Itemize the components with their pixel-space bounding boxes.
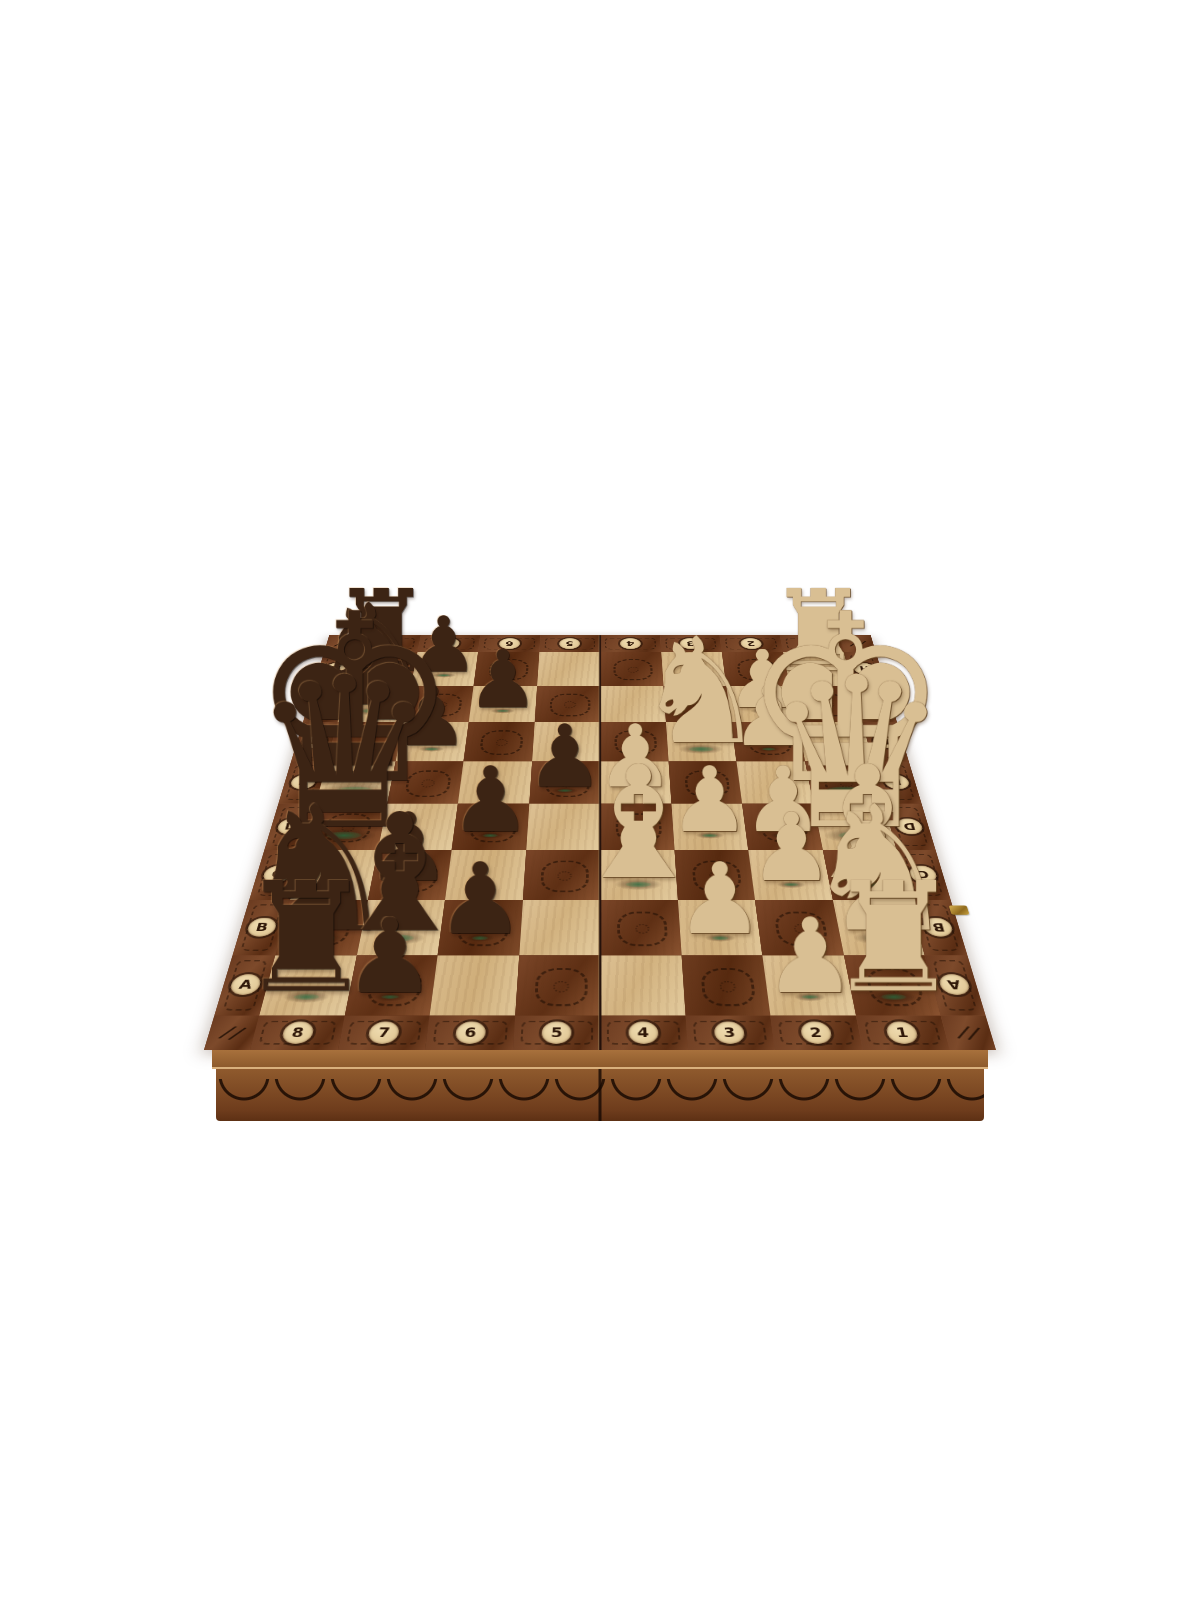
rank-label-bottom-7: 7: [338, 1016, 430, 1050]
wood-grain: [748, 850, 832, 900]
square-c7[interactable]: [368, 850, 452, 900]
square-a7[interactable]: [344, 955, 437, 1016]
square-d4[interactable]: [600, 804, 674, 850]
quatrefoil-ornament: [404, 770, 452, 797]
corner-2: //: [204, 1016, 259, 1050]
wood-grain: [356, 900, 445, 955]
corner-mark: //: [958, 1022, 978, 1043]
rank-label-bottom-2-label: 2: [809, 1025, 823, 1040]
square-g1[interactable]: [790, 686, 863, 722]
wood-grain: [290, 850, 378, 900]
square-b4[interactable]: [600, 900, 681, 955]
wood-grain: [813, 804, 896, 850]
square-d7[interactable]: [378, 804, 458, 850]
file-label-right-A-label: A: [946, 978, 962, 992]
square-d5[interactable]: [526, 804, 600, 850]
square-d1[interactable]: [813, 804, 896, 850]
rank-label-top-3-circle: 3: [680, 638, 702, 649]
board-side-edge-upper: [212, 1050, 988, 1069]
square-a4[interactable]: [600, 955, 685, 1016]
rank-label-bottom-8: 8: [250, 1016, 344, 1050]
rank-label-bottom-5: 5: [513, 1016, 601, 1050]
wood-grain: [783, 652, 853, 686]
quatrefoil-ornament: [747, 730, 793, 755]
rank-label-bottom-7-label: 7: [377, 1025, 391, 1040]
quatrefoil-ornament: [386, 860, 439, 892]
rank-label-bottom-6-label: 6: [464, 1025, 477, 1040]
square-h2[interactable]: [722, 652, 790, 686]
file-label-left-H-label: H: [329, 665, 341, 673]
wood-grain: [316, 761, 396, 803]
rank-label-bottom-8-label: 8: [290, 1025, 305, 1040]
wood-grain: [797, 722, 873, 761]
file-label-left-G-label: G: [319, 699, 332, 707]
file-label-right-H-label: H: [858, 665, 870, 673]
square-d2[interactable]: [742, 804, 822, 850]
rank-label-bottom-4-circle: 4: [628, 1022, 658, 1044]
square-b1[interactable]: [832, 900, 924, 955]
file-label-right-B-label: B: [930, 921, 945, 934]
square-g7[interactable]: [403, 686, 473, 722]
rank-label-top-4-circle: 4: [620, 638, 641, 649]
rank-label-bottom-1-label: 1: [895, 1025, 910, 1040]
rank-label-top-1-label: 1: [806, 640, 816, 647]
chess-board: 8877665544332211HHGGFFEEDDCCBBAA////////…: [204, 635, 996, 1050]
rank-label-bottom-6: 6: [425, 1016, 515, 1050]
wood-grain: [677, 900, 762, 955]
board-fold-split: [599, 1069, 602, 1121]
quatrefoil-ornament: [617, 912, 668, 947]
wood-grain: [600, 955, 685, 1016]
rank-label-bottom-4-label: 4: [637, 1025, 649, 1040]
square-b2[interactable]: [755, 900, 844, 955]
chess-scene: 8877665544332211HHGGFFEEDDCCBBAA////////…: [204, 258, 996, 1050]
corner-3: //: [941, 1016, 996, 1050]
quatrefoil-ornament: [540, 860, 589, 892]
wood-grain: [410, 652, 478, 686]
square-f4[interactable]: [600, 722, 668, 761]
quatrefoil-ornament: [488, 659, 529, 680]
corner-mark: //: [850, 638, 865, 648]
wood-grain: [671, 804, 748, 850]
quatrefoil-ornament: [616, 813, 663, 842]
rank-label-bottom-3: 3: [685, 1016, 775, 1050]
rank-label-bottom-1: 1: [856, 1016, 950, 1050]
square-d6[interactable]: [452, 804, 529, 850]
wood-grain: [600, 761, 671, 803]
quatrefoil-ornament: [678, 693, 721, 716]
square-h5[interactable]: [537, 652, 600, 686]
rank-label-top-5-label: 5: [566, 640, 574, 647]
rank-label-top-4-label: 4: [626, 640, 634, 647]
square-g8[interactable]: [338, 686, 411, 722]
square-c6[interactable]: [445, 850, 526, 900]
wood-grain: [661, 652, 726, 686]
square-g3[interactable]: [663, 686, 731, 722]
quatrefoil-ornament: [736, 659, 779, 680]
square-e5[interactable]: [529, 761, 600, 803]
rank-label-top-5: 5: [539, 635, 600, 652]
square-c3[interactable]: [674, 850, 755, 900]
square-e6[interactable]: [458, 761, 532, 803]
square-e3[interactable]: [668, 761, 742, 803]
square-a2[interactable]: [762, 955, 855, 1016]
rank-label-bottom-3-label: 3: [723, 1025, 736, 1040]
quatrefoil-ornament: [419, 693, 463, 716]
wood-grain: [378, 804, 458, 850]
square-e4[interactable]: [600, 761, 671, 803]
square-b8[interactable]: [275, 900, 367, 955]
wood-grain: [537, 652, 600, 686]
rank-label-top-3-label: 3: [686, 640, 695, 647]
quatrefoil-ornament: [759, 813, 810, 842]
quatrefoil-ornament: [691, 860, 742, 892]
quatrefoil-ornament: [684, 770, 731, 797]
rank-label-top-7-label: 7: [444, 640, 453, 647]
wood-grain: [445, 850, 526, 900]
square-d3[interactable]: [671, 804, 748, 850]
quatrefoil-ornament: [615, 730, 658, 755]
square-g6[interactable]: [469, 686, 537, 722]
square-h4[interactable]: [600, 652, 663, 686]
file-label-left-D-label: D: [283, 821, 298, 832]
file-label-left-E-label: E: [297, 777, 309, 787]
rank-label-bottom-2: 2: [770, 1016, 862, 1050]
wood-grain: [469, 686, 537, 722]
square-c4[interactable]: [600, 850, 677, 900]
corner-mark: //: [217, 1022, 246, 1043]
square-a5[interactable]: [515, 955, 600, 1016]
quatrefoil-ornament: [805, 693, 851, 716]
square-b3[interactable]: [677, 900, 762, 955]
file-label-left-F-label: F: [309, 737, 320, 746]
wood-grain: [600, 850, 677, 900]
square-c8[interactable]: [290, 850, 378, 900]
wood-grain: [519, 900, 600, 955]
file-label-left-A-label: A: [237, 978, 253, 992]
square-f7[interactable]: [395, 722, 468, 761]
square-a8[interactable]: [259, 955, 356, 1016]
file-label-right-E-label: E: [891, 777, 903, 787]
wood-grain: [526, 804, 600, 850]
square-b5[interactable]: [519, 900, 600, 955]
wood-grain: [736, 761, 813, 803]
wood-grain: [430, 955, 519, 1016]
square-g2[interactable]: [726, 686, 796, 722]
wood-grain: [532, 722, 600, 761]
wood-grain: [395, 722, 468, 761]
quatrefoil-ornament: [457, 912, 510, 947]
square-f1[interactable]: [797, 722, 873, 761]
rank-label-top-2-label: 2: [746, 640, 755, 647]
square-g5[interactable]: [534, 686, 600, 722]
file-label-right-D-label: D: [902, 821, 917, 832]
square-e8[interactable]: [316, 761, 396, 803]
file-label-left-C-label: C: [270, 869, 284, 880]
quatrefoil-ornament: [614, 659, 654, 680]
quatrefoil-ornament: [549, 693, 590, 716]
file-label-right-C-label: C: [916, 869, 930, 880]
rank-label-bottom-4: 4: [600, 1016, 688, 1050]
square-f3[interactable]: [666, 722, 737, 761]
square-e1[interactable]: [805, 761, 885, 803]
square-g4[interactable]: [600, 686, 666, 722]
rank-label-top-8-label: 8: [384, 640, 394, 647]
quatrefoil-ornament: [545, 770, 590, 797]
square-e7[interactable]: [387, 761, 464, 803]
square-b7[interactable]: [356, 900, 445, 955]
quatrefoil-ornament: [700, 968, 756, 1006]
square-f2[interactable]: [731, 722, 804, 761]
square-h1[interactable]: [783, 652, 853, 686]
square-f8[interactable]: [327, 722, 403, 761]
square-h7[interactable]: [410, 652, 478, 686]
square-f6[interactable]: [464, 722, 535, 761]
wood-grain: [259, 955, 356, 1016]
square-f5[interactable]: [532, 722, 600, 761]
wood-grain: [458, 761, 532, 803]
wood-grain: [762, 955, 855, 1016]
wood-grain: [666, 722, 737, 761]
square-b6[interactable]: [438, 900, 523, 955]
quatrefoil-ornament: [469, 813, 518, 842]
square-h3[interactable]: [661, 652, 726, 686]
square-h8[interactable]: [347, 652, 417, 686]
file-label-right-F-label: F: [879, 737, 890, 746]
rank-label-top-6-label: 6: [505, 640, 514, 647]
wood-grain: [726, 686, 796, 722]
square-c1[interactable]: [822, 850, 910, 900]
square-a1[interactable]: [844, 955, 941, 1016]
quatrefoil-ornament: [534, 968, 588, 1006]
file-label-right-G-label: G: [868, 699, 881, 707]
square-a3[interactable]: [681, 955, 770, 1016]
square-c5[interactable]: [523, 850, 600, 900]
wood-grain: [832, 900, 924, 955]
file-label-left-B-label: B: [254, 921, 269, 934]
square-d8[interactable]: [303, 804, 386, 850]
rank-label-bottom-5-label: 5: [551, 1025, 563, 1040]
square-h6[interactable]: [474, 652, 539, 686]
square-c2[interactable]: [748, 850, 832, 900]
square-a6[interactable]: [430, 955, 519, 1016]
square-e2[interactable]: [736, 761, 813, 803]
board-side-edge-lower: [216, 1069, 984, 1121]
wood-grain: [600, 686, 666, 722]
wood-grain: [338, 686, 411, 722]
quatrefoil-ornament: [479, 730, 524, 755]
